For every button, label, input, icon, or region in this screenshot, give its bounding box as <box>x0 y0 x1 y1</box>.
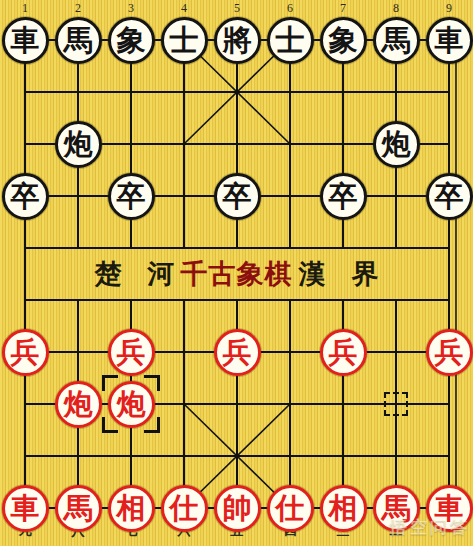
river-jie: 界 <box>352 256 379 292</box>
red-piece-帥[interactable]: 帥 <box>214 485 261 532</box>
black-piece-卒[interactable]: 卒 <box>214 173 261 220</box>
black-piece-卒[interactable]: 卒 <box>108 173 155 220</box>
black-piece-象[interactable]: 象 <box>108 17 155 64</box>
red-piece-仕[interactable]: 仕 <box>161 485 208 532</box>
black-piece-將[interactable]: 將 <box>214 17 261 64</box>
black-piece-馬[interactable]: 馬 <box>55 17 102 64</box>
black-piece-士[interactable]: 士 <box>267 17 314 64</box>
file-number-top: 3 <box>128 1 134 16</box>
black-piece-車[interactable]: 車 <box>426 17 473 64</box>
red-piece-兵[interactable]: 兵 <box>2 329 49 376</box>
red-piece-車[interactable]: 車 <box>2 485 49 532</box>
river-text: 楚 河 千古象棋 漢 界 <box>25 252 448 296</box>
watermark: 悟空问答 <box>390 516 470 539</box>
red-piece-相[interactable]: 相 <box>108 485 155 532</box>
river-brand-name: 千古象棋 <box>181 256 293 292</box>
red-piece-炮[interactable]: 炮 <box>108 381 155 428</box>
red-piece-兵[interactable]: 兵 <box>108 329 155 376</box>
red-piece-兵[interactable]: 兵 <box>320 329 367 376</box>
black-piece-象[interactable]: 象 <box>320 17 367 64</box>
black-piece-炮[interactable]: 炮 <box>55 121 102 168</box>
file-number-top: 5 <box>234 1 240 16</box>
red-piece-兵[interactable]: 兵 <box>214 329 261 376</box>
red-piece-馬[interactable]: 馬 <box>55 485 102 532</box>
black-piece-炮[interactable]: 炮 <box>373 121 420 168</box>
file-number-top: 8 <box>393 1 399 16</box>
file-number-top: 2 <box>75 1 81 16</box>
file-number-top: 4 <box>181 1 187 16</box>
red-piece-炮[interactable]: 炮 <box>55 381 102 428</box>
black-piece-卒[interactable]: 卒 <box>320 173 367 220</box>
river-he: 河 <box>148 256 175 292</box>
black-piece-馬[interactable]: 馬 <box>373 17 420 64</box>
file-number-top: 7 <box>340 1 346 16</box>
file-number-top: 9 <box>446 1 452 16</box>
red-piece-相[interactable]: 相 <box>320 485 367 532</box>
black-piece-士[interactable]: 士 <box>161 17 208 64</box>
black-piece-車[interactable]: 車 <box>2 17 49 64</box>
xiangqi-board: 123456789 九八七六五四三二一 楚 河 千古象棋 漢 界 車馬象士將士象… <box>0 0 473 546</box>
river-chu: 楚 <box>95 256 122 292</box>
river-han: 漢 <box>299 256 326 292</box>
red-piece-兵[interactable]: 兵 <box>426 329 473 376</box>
black-piece-卒[interactable]: 卒 <box>426 173 473 220</box>
last-move-origin-marker <box>384 392 408 416</box>
file-number-top: 6 <box>287 1 293 16</box>
file-number-top: 1 <box>22 1 28 16</box>
red-piece-仕[interactable]: 仕 <box>267 485 314 532</box>
black-piece-卒[interactable]: 卒 <box>2 173 49 220</box>
